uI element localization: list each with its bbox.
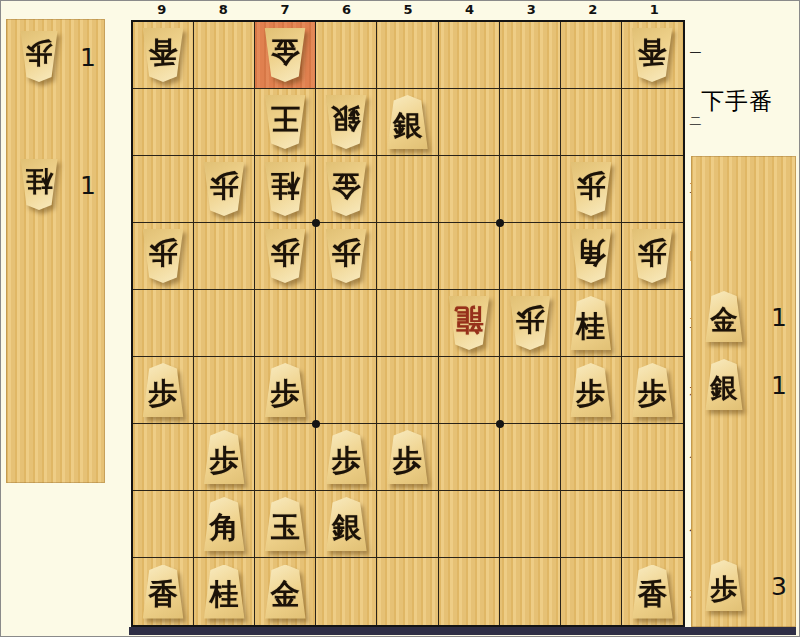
- square-23[interactable]: 歩: [561, 156, 622, 223]
- shitate-hand-gold-count: 1: [771, 303, 787, 332]
- piece-kanji: 歩: [638, 379, 667, 408]
- piece-kanji: 歩: [26, 40, 53, 67]
- square-28[interactable]: [561, 491, 622, 558]
- square-91[interactable]: 香: [133, 22, 194, 89]
- shitate-hand-silver[interactable]: 銀 1: [691, 357, 796, 413]
- file-label-6: 6: [316, 2, 378, 19]
- square-14[interactable]: 歩: [622, 223, 683, 290]
- square-83[interactable]: 歩: [194, 156, 255, 223]
- piece-uwate-pawn-94[interactable]: 歩: [140, 229, 186, 283]
- piece-kanji: 金: [271, 38, 300, 67]
- piece-shitate-pawn-26[interactable]: 歩: [568, 363, 614, 417]
- hoshi-dot: [312, 219, 320, 227]
- square-18[interactable]: [622, 491, 683, 558]
- hoshi-dot: [496, 420, 504, 428]
- square-79[interactable]: 金: [255, 558, 316, 625]
- square-39[interactable]: [500, 558, 561, 625]
- piece-shitate-king-78[interactable]: 玉: [262, 497, 308, 551]
- square-24[interactable]: 角: [561, 223, 622, 290]
- file-label-8: 8: [193, 2, 255, 19]
- square-61[interactable]: [316, 22, 377, 89]
- square-43[interactable]: [439, 156, 500, 223]
- square-63[interactable]: 金: [316, 156, 377, 223]
- square-88[interactable]: 角: [194, 491, 255, 558]
- square-66[interactable]: [316, 357, 377, 424]
- square-48[interactable]: [439, 491, 500, 558]
- piece-kanji: 歩: [271, 379, 300, 408]
- square-32[interactable]: [500, 89, 561, 156]
- square-74[interactable]: 歩: [255, 223, 316, 290]
- piece-kanji: 金: [711, 306, 738, 333]
- square-22[interactable]: [561, 89, 622, 156]
- file-label-4: 4: [439, 2, 501, 19]
- piece-shitate-pawn-76[interactable]: 歩: [262, 363, 308, 417]
- square-29[interactable]: [561, 558, 622, 625]
- file-label-5: 5: [377, 2, 439, 19]
- piece-shitate-silver-52[interactable]: 銀: [384, 95, 430, 149]
- piece-kanji: 角: [576, 239, 605, 268]
- piece-kanji: 歩: [271, 239, 300, 268]
- piece-kanji: 桂: [271, 172, 300, 201]
- square-68[interactable]: 銀: [316, 491, 377, 558]
- piece-shitate-pawn-87[interactable]: 歩: [201, 430, 247, 484]
- piece-uwate-lance-11[interactable]: 香: [629, 28, 675, 82]
- piece-shitate-gold-79[interactable]: 金: [262, 565, 308, 619]
- piece-shitate-bishop-88[interactable]: 角: [201, 497, 247, 551]
- square-26[interactable]: 歩: [561, 357, 622, 424]
- piece-kanji: 歩: [332, 239, 361, 268]
- square-11[interactable]: 香: [622, 22, 683, 89]
- shitate-hand-pawn[interactable]: 歩 3: [691, 558, 796, 614]
- piece-shitate-silver-68[interactable]: 銀: [323, 497, 369, 551]
- piece-uwate-gold-71[interactable]: 金: [262, 28, 308, 82]
- square-96[interactable]: 歩: [133, 357, 194, 424]
- uwate-hand-pawn[interactable]: 歩 1: [6, 29, 105, 85]
- piece-shitate-lance-99[interactable]: 香: [140, 565, 186, 619]
- square-73[interactable]: 桂: [255, 156, 316, 223]
- piece-kanji: 歩: [149, 239, 178, 268]
- piece-kanji: 銀: [332, 105, 361, 134]
- piece-kanji: 歩: [332, 446, 361, 475]
- square-46[interactable]: [439, 357, 500, 424]
- square-38[interactable]: [500, 491, 561, 558]
- piece-kanji: 香: [638, 38, 667, 67]
- uwate-hand-knight-count: 1: [80, 171, 96, 200]
- shitate-hand-silver-piece[interactable]: 銀: [703, 359, 745, 410]
- square-21[interactable]: [561, 22, 622, 89]
- square-47[interactable]: [439, 424, 500, 491]
- file-label-3: 3: [500, 2, 562, 19]
- piece-kanji: 歩: [393, 446, 422, 475]
- piece-kanji: 歩: [210, 172, 239, 201]
- piece-kanji: 金: [271, 580, 300, 609]
- piece-kanji: 龍: [454, 306, 483, 335]
- rank-label-1: 一: [688, 20, 703, 87]
- piece-uwate-pawn-23[interactable]: 歩: [568, 162, 614, 216]
- piece-uwate-pawn-74[interactable]: 歩: [262, 229, 308, 283]
- piece-shitate-pawn-67[interactable]: 歩: [323, 430, 369, 484]
- square-45[interactable]: 龍: [439, 290, 500, 357]
- square-65[interactable]: [316, 290, 377, 357]
- shitate-hand-pawn-piece[interactable]: 歩: [703, 560, 745, 611]
- square-87[interactable]: 歩: [194, 424, 255, 491]
- square-57[interactable]: 歩: [377, 424, 438, 491]
- file-label-7: 7: [254, 2, 316, 19]
- piece-uwate-pawn-83[interactable]: 歩: [201, 162, 247, 216]
- piece-kanji: 桂: [210, 580, 239, 609]
- square-71[interactable]: 金: [255, 22, 316, 89]
- piece-uwate-dragon-45[interactable]: 龍: [446, 296, 492, 350]
- piece-shitate-pawn-16[interactable]: 歩: [629, 363, 675, 417]
- square-54[interactable]: [377, 223, 438, 290]
- square-53[interactable]: [377, 156, 438, 223]
- piece-kanji: 桂: [26, 168, 53, 195]
- square-72[interactable]: 王: [255, 89, 316, 156]
- file-label-9: 9: [131, 2, 193, 19]
- piece-kanji: 銀: [332, 513, 361, 542]
- turn-indicator: 下手番: [701, 86, 797, 117]
- piece-kanji: 歩: [711, 575, 738, 602]
- piece-kanji: 歩: [638, 239, 667, 268]
- piece-shitate-pawn-96[interactable]: 歩: [140, 363, 186, 417]
- piece-uwate-king-72[interactable]: 王: [262, 95, 308, 149]
- piece-uwate-pawn-64[interactable]: 歩: [323, 229, 369, 283]
- square-25[interactable]: 桂: [561, 290, 622, 357]
- square-27[interactable]: [561, 424, 622, 491]
- square-59[interactable]: [377, 558, 438, 625]
- hoshi-dot: [496, 219, 504, 227]
- piece-kanji: 香: [149, 580, 178, 609]
- square-77[interactable]: [255, 424, 316, 491]
- square-56[interactable]: [377, 357, 438, 424]
- piece-uwate-bishop-24[interactable]: 角: [568, 229, 614, 283]
- square-86[interactable]: [194, 357, 255, 424]
- shitate-hand-gold-piece[interactable]: 金: [703, 291, 745, 342]
- square-82[interactable]: [194, 89, 255, 156]
- uwate-hand-tray: 歩 1 桂 1: [6, 19, 105, 483]
- square-13[interactable]: [622, 156, 683, 223]
- piece-kanji: 歩: [149, 379, 178, 408]
- square-41[interactable]: [439, 22, 500, 89]
- square-52[interactable]: 銀: [377, 89, 438, 156]
- file-label-2: 2: [562, 2, 624, 19]
- square-12[interactable]: [622, 89, 683, 156]
- square-15[interactable]: [622, 290, 683, 357]
- piece-shitate-pawn-57[interactable]: 歩: [384, 430, 430, 484]
- piece-uwate-knight-73[interactable]: 桂: [262, 162, 308, 216]
- square-94[interactable]: 歩: [133, 223, 194, 290]
- square-97[interactable]: [133, 424, 194, 491]
- square-69[interactable]: [316, 558, 377, 625]
- piece-kanji: 歩: [515, 306, 544, 335]
- piece-kanji: 歩: [210, 446, 239, 475]
- hoshi-dot: [312, 420, 320, 428]
- square-92[interactable]: [133, 89, 194, 156]
- piece-shitate-lance-19[interactable]: 香: [629, 565, 675, 619]
- uwate-hand-knight-piece[interactable]: 桂: [18, 159, 60, 210]
- square-95[interactable]: [133, 290, 194, 357]
- piece-uwate-lance-91[interactable]: 香: [140, 28, 186, 82]
- square-49[interactable]: [439, 558, 500, 625]
- piece-kanji: 歩: [576, 172, 605, 201]
- uwate-hand-pawn-count: 1: [80, 43, 96, 72]
- square-98[interactable]: [133, 491, 194, 558]
- square-81[interactable]: [194, 22, 255, 89]
- piece-kanji: 銀: [393, 111, 422, 140]
- file-labels: 987654321: [131, 2, 685, 19]
- piece-kanji: 香: [638, 580, 667, 609]
- uwate-hand-pawn-piece[interactable]: 歩: [18, 31, 60, 82]
- square-37[interactable]: [500, 424, 561, 491]
- square-78[interactable]: 玉: [255, 491, 316, 558]
- square-33[interactable]: [500, 156, 561, 223]
- piece-uwate-pawn-14[interactable]: 歩: [629, 229, 675, 283]
- shogi-app-window: 歩 1 桂 1 987654321 香金香王銀銀歩桂金歩歩歩歩角歩龍歩桂歩歩歩歩…: [0, 0, 800, 637]
- square-76[interactable]: 歩: [255, 357, 316, 424]
- square-89[interactable]: 桂: [194, 558, 255, 625]
- square-64[interactable]: 歩: [316, 223, 377, 290]
- square-62[interactable]: 銀: [316, 89, 377, 156]
- piece-kanji: 香: [149, 38, 178, 67]
- piece-shitate-knight-89[interactable]: 桂: [201, 565, 247, 619]
- square-19[interactable]: 香: [622, 558, 683, 625]
- square-31[interactable]: [500, 22, 561, 89]
- uwate-hand-knight[interactable]: 桂 1: [6, 157, 105, 213]
- piece-kanji: 金: [332, 172, 361, 201]
- square-75[interactable]: [255, 290, 316, 357]
- piece-kanji: 角: [210, 513, 239, 542]
- piece-kanji: 王: [271, 105, 300, 134]
- piece-kanji: 銀: [711, 374, 738, 401]
- shitate-hand-pawn-count: 3: [771, 572, 787, 601]
- square-93[interactable]: [133, 156, 194, 223]
- square-17[interactable]: [622, 424, 683, 491]
- piece-kanji: 歩: [576, 379, 605, 408]
- shogi-board: 香金香王銀銀歩桂金歩歩歩歩角歩龍歩桂歩歩歩歩歩歩歩角玉銀香桂金香: [131, 20, 685, 627]
- square-84[interactable]: [194, 223, 255, 290]
- file-label-1: 1: [624, 2, 686, 19]
- square-44[interactable]: [439, 223, 500, 290]
- square-58[interactable]: [377, 491, 438, 558]
- square-16[interactable]: 歩: [622, 357, 683, 424]
- square-85[interactable]: [194, 290, 255, 357]
- piece-uwate-gold-63[interactable]: 金: [323, 162, 369, 216]
- shitate-hand-silver-count: 1: [771, 371, 787, 400]
- piece-shitate-knight-25[interactable]: 桂: [568, 296, 614, 350]
- square-67[interactable]: 歩: [316, 424, 377, 491]
- square-51[interactable]: [377, 22, 438, 89]
- square-36[interactable]: [500, 357, 561, 424]
- square-35[interactable]: 歩: [500, 290, 561, 357]
- piece-kanji: 玉: [271, 513, 300, 542]
- square-34[interactable]: [500, 223, 561, 290]
- board-bottom-edge: [129, 627, 796, 635]
- shitate-hand-gold[interactable]: 金 1: [691, 289, 796, 345]
- square-99[interactable]: 香: [133, 558, 194, 625]
- square-42[interactable]: [439, 89, 500, 156]
- piece-kanji: 桂: [576, 312, 605, 341]
- piece-uwate-pawn-35[interactable]: 歩: [507, 296, 553, 350]
- shitate-hand-tray: 金 1 銀 1 歩 3: [691, 156, 796, 627]
- piece-uwate-silver-62[interactable]: 銀: [323, 95, 369, 149]
- square-55[interactable]: [377, 290, 438, 357]
